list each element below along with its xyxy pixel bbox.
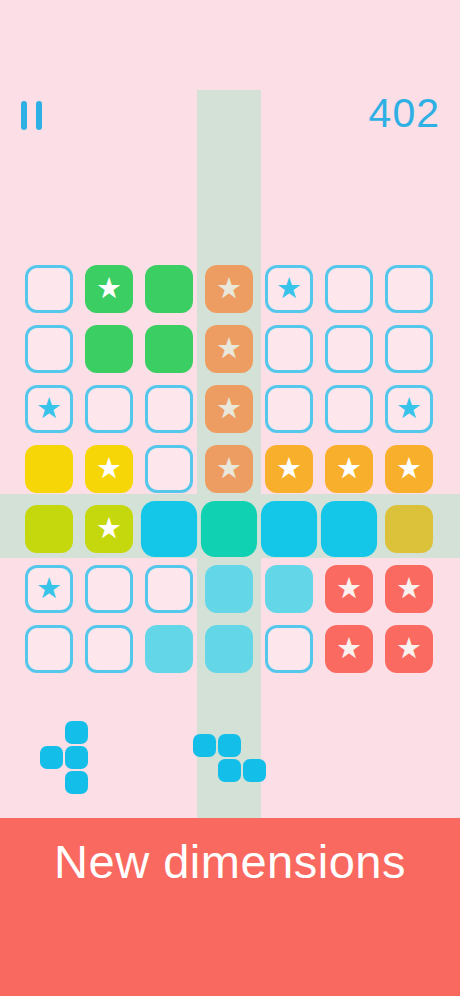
cell-r6c4[interactable] — [205, 565, 253, 613]
cell-r7c1[interactable] — [25, 625, 73, 673]
cell-r6c6[interactable]: ★ — [325, 565, 373, 613]
star-icon: ★ — [96, 454, 122, 483]
star-icon: ★ — [96, 514, 122, 543]
piece-block — [193, 734, 216, 757]
cell-r7c4[interactable] — [205, 625, 253, 673]
cell-r5c3[interactable] — [141, 501, 197, 557]
cell-r4c7[interactable]: ★ — [385, 445, 433, 493]
piece-block — [218, 759, 241, 782]
cell-r4c1[interactable] — [25, 445, 73, 493]
pause-button[interactable] — [21, 101, 55, 131]
banner-title: New dimensions — [54, 834, 406, 889]
cell-r1c5[interactable]: ★ — [265, 265, 313, 313]
score-label: 402 — [369, 90, 440, 137]
star-icon: ★ — [336, 574, 362, 603]
piece-z[interactable] — [193, 734, 266, 782]
star-icon: ★ — [216, 394, 242, 423]
cell-r5c1[interactable] — [25, 505, 73, 553]
star-icon: ★ — [96, 274, 122, 303]
cell-r7c5[interactable] — [265, 625, 313, 673]
cell-r4c3[interactable] — [145, 445, 193, 493]
star-icon: ★ — [216, 274, 242, 303]
cell-r4c2[interactable]: ★ — [85, 445, 133, 493]
piece-block — [65, 746, 88, 769]
cell-r1c2[interactable]: ★ — [85, 265, 133, 313]
cell-r6c2[interactable] — [85, 565, 133, 613]
star-icon: ★ — [276, 454, 302, 483]
star-icon: ★ — [276, 274, 302, 303]
cell-r2c5[interactable] — [265, 325, 313, 373]
cell-r7c6[interactable]: ★ — [325, 625, 373, 673]
cell-r1c4[interactable]: ★ — [205, 265, 253, 313]
star-icon: ★ — [396, 634, 422, 663]
pause-icon — [21, 101, 27, 130]
cell-r2c3[interactable] — [145, 325, 193, 373]
cell-r5c2[interactable]: ★ — [85, 505, 133, 553]
cell-r4c5[interactable]: ★ — [265, 445, 313, 493]
cell-r5c7[interactable] — [385, 505, 433, 553]
star-icon: ★ — [36, 394, 62, 423]
cell-r3c3[interactable] — [145, 385, 193, 433]
cell-r3c1[interactable]: ★ — [25, 385, 73, 433]
cell-r3c4[interactable]: ★ — [205, 385, 253, 433]
cell-r2c7[interactable] — [385, 325, 433, 373]
cell-r3c2[interactable] — [85, 385, 133, 433]
cell-r5c4[interactable] — [201, 501, 257, 557]
cell-r7c2[interactable] — [85, 625, 133, 673]
star-icon: ★ — [216, 454, 242, 483]
cell-r1c1[interactable] — [25, 265, 73, 313]
cell-r6c7[interactable]: ★ — [385, 565, 433, 613]
star-icon: ★ — [336, 634, 362, 663]
cell-r2c6[interactable] — [325, 325, 373, 373]
star-icon: ★ — [216, 334, 242, 363]
cell-r6c1[interactable]: ★ — [25, 565, 73, 613]
cell-r2c4[interactable]: ★ — [205, 325, 253, 373]
pause-icon — [36, 101, 42, 130]
cell-r7c7[interactable]: ★ — [385, 625, 433, 673]
cell-r3c5[interactable] — [265, 385, 313, 433]
cell-r4c6[interactable]: ★ — [325, 445, 373, 493]
cell-r2c2[interactable] — [85, 325, 133, 373]
piece-t-left[interactable] — [40, 721, 88, 794]
cell-r5c5[interactable] — [261, 501, 317, 557]
cell-r6c3[interactable] — [145, 565, 193, 613]
cell-r5c6[interactable] — [321, 501, 377, 557]
piece-block — [40, 746, 63, 769]
piece-block — [65, 771, 88, 794]
star-icon: ★ — [36, 574, 62, 603]
star-icon: ★ — [336, 454, 362, 483]
cell-r1c7[interactable] — [385, 265, 433, 313]
piece-block — [218, 734, 241, 757]
cell-r6c5[interactable] — [265, 565, 313, 613]
cell-r7c3[interactable] — [145, 625, 193, 673]
game-screen: 402 ★★★★★★★★★★★★★★★★★★ New dimensions — [0, 0, 460, 996]
banner: New dimensions — [0, 818, 460, 996]
star-icon: ★ — [396, 454, 422, 483]
cell-r4c4[interactable]: ★ — [205, 445, 253, 493]
piece-block — [243, 759, 266, 782]
cell-r3c7[interactable]: ★ — [385, 385, 433, 433]
cell-r3c6[interactable] — [325, 385, 373, 433]
star-icon: ★ — [396, 574, 422, 603]
cell-r2c1[interactable] — [25, 325, 73, 373]
board-grid: ★★★★★★★★★★★★★★★★★★ — [25, 265, 433, 673]
piece-block — [65, 721, 88, 744]
cell-r1c3[interactable] — [145, 265, 193, 313]
star-icon: ★ — [396, 394, 422, 423]
cell-r1c6[interactable] — [325, 265, 373, 313]
